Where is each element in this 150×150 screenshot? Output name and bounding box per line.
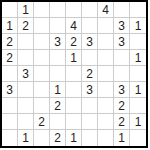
cell-r6c5[interactable] [66,82,82,98]
cell-r7c6[interactable] [82,98,98,114]
cell-r2c6[interactable] [82,18,98,34]
cell-r6c1[interactable]: 3 [2,82,18,98]
cell-r8c9[interactable]: 1 [130,114,146,130]
cell-r6c3[interactable] [34,82,50,98]
cell-r2c9[interactable]: 1 [130,18,146,34]
cell-r9c3[interactable] [34,130,50,146]
cell-r6c9[interactable]: 1 [130,82,146,98]
cell-r8c5[interactable] [66,114,82,130]
cell-r1c9[interactable] [130,2,146,18]
cell-r2c3[interactable] [34,18,50,34]
cell-r4c6[interactable] [82,50,98,66]
cell-r1c2[interactable]: 1 [18,2,34,18]
cell-r2c2[interactable]: 2 [18,18,34,34]
cell-r1c8[interactable] [114,2,130,18]
cell-r1c5[interactable] [66,2,82,18]
cell-r2c4[interactable] [50,18,66,34]
cell-r3c3[interactable] [34,34,50,50]
cell-r3c5[interactable]: 2 [66,34,82,50]
cell-r4c4[interactable] [50,50,66,66]
cell-r6c8[interactable]: 3 [114,82,130,98]
cell-r1c3[interactable] [34,2,50,18]
cell-r5c9[interactable] [130,66,146,82]
cell-r9c2[interactable]: 1 [18,130,34,146]
cell-r5c2[interactable]: 3 [18,66,34,82]
cell-r7c2[interactable] [18,98,34,114]
cell-r5c6[interactable]: 2 [82,66,98,82]
cell-r7c5[interactable] [66,98,82,114]
cell-r6c6[interactable]: 3 [82,82,98,98]
cell-r4c3[interactable] [34,50,50,66]
cell-r7c8[interactable]: 2 [114,98,130,114]
puzzle-board: 1412431232332113231331222211211 [0,0,148,148]
cell-r8c6[interactable] [82,114,98,130]
cell-r4c8[interactable] [114,50,130,66]
cell-r4c7[interactable] [98,50,114,66]
cell-r1c7[interactable]: 4 [98,2,114,18]
cell-r2c8[interactable]: 3 [114,18,130,34]
cell-r8c7[interactable] [98,114,114,130]
cell-r9c8[interactable]: 1 [114,130,130,146]
cell-r9c4[interactable]: 2 [50,130,66,146]
cell-r5c3[interactable] [34,66,50,82]
cell-r9c1[interactable] [2,130,18,146]
cell-r3c4[interactable]: 3 [50,34,66,50]
cell-r5c1[interactable] [2,66,18,82]
cell-r4c5[interactable]: 1 [66,50,82,66]
cell-r5c5[interactable] [66,66,82,82]
cell-r9c7[interactable] [98,130,114,146]
cell-r4c9[interactable]: 1 [130,50,146,66]
cell-r9c5[interactable]: 1 [66,130,82,146]
cell-r5c4[interactable] [50,66,66,82]
cell-r3c6[interactable]: 3 [82,34,98,50]
cell-r2c1[interactable]: 1 [2,18,18,34]
cell-r9c9[interactable] [130,130,146,146]
cell-r2c5[interactable]: 4 [66,18,82,34]
cell-r6c7[interactable] [98,82,114,98]
cell-r8c1[interactable] [2,114,18,130]
cell-r8c4[interactable] [50,114,66,130]
cell-r6c2[interactable] [18,82,34,98]
cell-r1c6[interactable] [82,2,98,18]
cell-r3c9[interactable] [130,34,146,50]
cell-r5c8[interactable] [114,66,130,82]
cell-r1c1[interactable] [2,2,18,18]
cell-r3c8[interactable]: 3 [114,34,130,50]
cell-r7c1[interactable] [2,98,18,114]
cell-r2c7[interactable] [98,18,114,34]
cell-r3c2[interactable] [18,34,34,50]
cell-r9c6[interactable] [82,130,98,146]
cell-r5c7[interactable] [98,66,114,82]
cell-r3c1[interactable]: 2 [2,34,18,50]
cell-r4c1[interactable]: 2 [2,50,18,66]
cell-r7c4[interactable]: 2 [50,98,66,114]
cell-r7c9[interactable] [130,98,146,114]
cell-r8c3[interactable]: 2 [34,114,50,130]
cell-r8c2[interactable] [18,114,34,130]
cell-r1c4[interactable] [50,2,66,18]
cell-r3c7[interactable] [98,34,114,50]
cell-r7c3[interactable] [34,98,50,114]
cell-r8c8[interactable]: 2 [114,114,130,130]
cell-r7c7[interactable] [98,98,114,114]
cell-r4c2[interactable] [18,50,34,66]
cell-r6c4[interactable]: 1 [50,82,66,98]
